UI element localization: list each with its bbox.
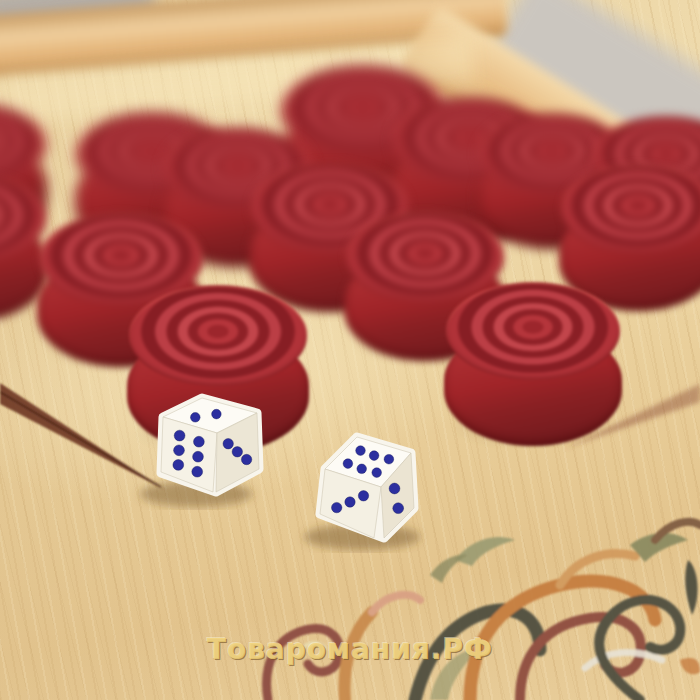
red-checker[interactable]: [127, 285, 309, 452]
watermark: Товаромания.РФ: [207, 633, 493, 666]
floral-ornament: [267, 522, 700, 700]
checker-face-rings: [561, 165, 700, 252]
checker-face-rings: [129, 285, 307, 385]
red-checker[interactable]: [444, 282, 622, 446]
backgammon-board-photo: Товаромания.РФ: [0, 0, 700, 700]
checker-face-rings: [446, 282, 620, 380]
